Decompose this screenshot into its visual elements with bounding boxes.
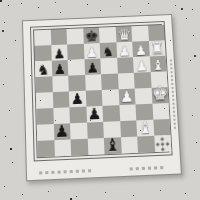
square-a2[interactable] xyxy=(37,124,54,141)
piece-black-P-b7[interactable]: ♟ xyxy=(51,47,68,61)
square-e5[interactable] xyxy=(101,74,118,90)
piece-white-P-f7[interactable]: ♟ xyxy=(116,44,133,58)
piece-white-B-g2[interactable]: ♝ xyxy=(136,120,153,137)
piece-white-B-h6[interactable]: ♝ xyxy=(149,58,166,72)
square-b8[interactable] xyxy=(50,29,67,45)
piece-white-P-g6[interactable]: ♟ xyxy=(133,58,150,72)
board-inner-frame: ♚♛♟♟♞♟♟♜♞♟♟♟♝♟♟♚♟♟♝♝◆◆◆◆◆ xyxy=(30,21,173,161)
square-b2[interactable]: ♟ xyxy=(53,123,70,140)
square-g1[interactable] xyxy=(137,136,155,153)
square-e1[interactable]: ♝ xyxy=(104,137,121,154)
border-markings-right xyxy=(130,166,165,171)
piece-black-P-b6[interactable]: ♟ xyxy=(51,62,68,76)
square-e7[interactable]: ♞ xyxy=(100,42,117,58)
square-d7[interactable]: ♟ xyxy=(83,43,100,59)
square-e4[interactable] xyxy=(102,89,119,106)
square-b7[interactable]: ♟ xyxy=(51,44,68,60)
piece-black-B-e1[interactable]: ♝ xyxy=(104,136,121,154)
square-b4[interactable] xyxy=(52,91,69,108)
square-d1[interactable] xyxy=(87,138,104,155)
square-c1[interactable] xyxy=(71,139,88,156)
piece-black-P-d6[interactable]: ♟ xyxy=(84,61,101,75)
square-a6[interactable]: ♞ xyxy=(35,61,52,77)
square-f2[interactable] xyxy=(120,120,137,137)
square-h3[interactable] xyxy=(152,103,169,120)
square-h4[interactable]: ♚ xyxy=(151,87,168,104)
square-b1[interactable] xyxy=(54,139,71,156)
square-c4[interactable]: ♟ xyxy=(69,91,86,108)
border-markings-left xyxy=(39,169,92,174)
square-g8[interactable] xyxy=(131,26,148,42)
square-a4[interactable] xyxy=(36,92,53,109)
corner-emblem-icon: ◆◆◆◆◆ xyxy=(155,136,170,151)
square-g6[interactable]: ♟ xyxy=(133,56,150,72)
square-b6[interactable]: ♟ xyxy=(51,60,68,76)
board-grid: ♚♛♟♟♞♟♟♜♞♟♟♟♝♟♟♚♟♟♝♝◆◆◆◆◆ xyxy=(33,24,169,158)
piece-black-P-c4[interactable]: ♟ xyxy=(69,92,86,108)
brand-text-right xyxy=(170,59,176,128)
square-h6[interactable]: ♝ xyxy=(149,56,166,72)
square-a7[interactable] xyxy=(34,45,51,61)
square-f3[interactable] xyxy=(119,104,136,121)
piece-black-P-b2[interactable]: ♟ xyxy=(53,123,70,140)
square-c3[interactable] xyxy=(69,107,86,124)
piece-white-R-h7[interactable]: ♜ xyxy=(147,40,168,57)
piece-black-N-a6[interactable]: ♞ xyxy=(35,63,52,77)
square-d6[interactable]: ♟ xyxy=(84,59,101,75)
square-g5[interactable] xyxy=(134,72,151,88)
square-d5[interactable] xyxy=(85,74,102,90)
square-f6[interactable] xyxy=(117,57,134,73)
square-d8[interactable]: ♚ xyxy=(83,28,100,44)
square-d3[interactable]: ♟ xyxy=(86,106,103,123)
square-g2[interactable]: ♝ xyxy=(136,120,153,137)
square-h7[interactable]: ♜ xyxy=(148,40,165,56)
square-c6[interactable] xyxy=(68,59,85,75)
photo-scene: ♚♛♟♟♞♟♟♜♞♟♟♟♝♟♟♚♟♟♝♝◆◆◆◆◆ xyxy=(0,0,200,200)
square-h1[interactable]: ◆◆◆◆◆ xyxy=(154,135,172,152)
square-d2[interactable] xyxy=(87,122,104,139)
piece-white-K-h4[interactable]: ♚ xyxy=(149,85,170,104)
piece-black-N-e7[interactable]: ♞ xyxy=(100,45,117,59)
piece-white-P-d7[interactable]: ♟ xyxy=(83,45,100,59)
square-a1[interactable] xyxy=(37,140,54,157)
square-f7[interactable]: ♟ xyxy=(116,42,133,58)
square-f8[interactable]: ♛ xyxy=(115,26,132,42)
square-a3[interactable] xyxy=(36,108,53,125)
piece-white-P-f4[interactable]: ♟ xyxy=(118,90,135,106)
square-h2[interactable] xyxy=(153,119,171,136)
square-e3[interactable] xyxy=(102,105,119,122)
square-a8[interactable] xyxy=(34,30,51,46)
square-e6[interactable] xyxy=(100,58,117,74)
square-c2[interactable] xyxy=(70,123,87,140)
square-f1[interactable] xyxy=(121,137,138,154)
square-c7[interactable] xyxy=(67,44,84,60)
square-b5[interactable] xyxy=(52,76,69,92)
square-f4[interactable]: ♟ xyxy=(118,89,135,106)
piece-black-P-d3[interactable]: ♟ xyxy=(86,106,103,122)
square-a5[interactable] xyxy=(35,76,52,92)
chess-board: ♚♛♟♟♞♟♟♜♞♟♟♟♝♟♟♚♟♟♝♝◆◆◆◆◆ xyxy=(22,14,182,181)
